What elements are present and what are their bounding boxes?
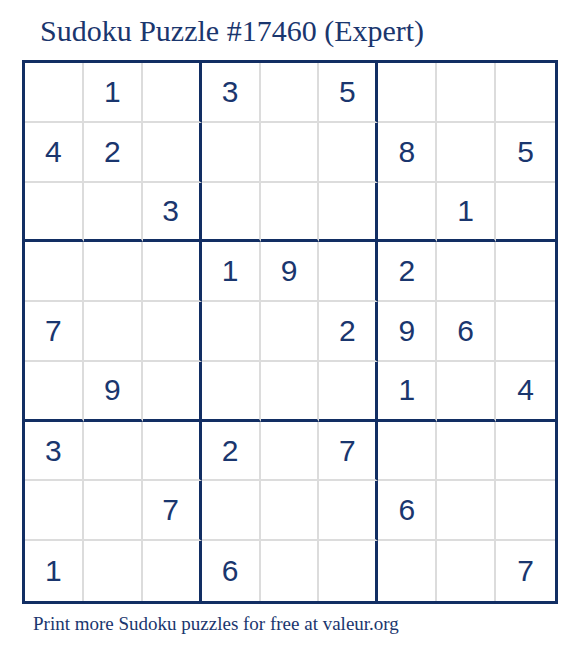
cell-r4c7: 2 bbox=[378, 242, 437, 302]
cell-r2c1: 4 bbox=[25, 123, 84, 183]
cell-r6c5 bbox=[261, 362, 320, 422]
cell-r5c5 bbox=[261, 302, 320, 362]
cell-r1c9 bbox=[496, 63, 555, 123]
cell-r6c1 bbox=[25, 362, 84, 422]
cell-r4c6 bbox=[319, 242, 378, 302]
cell-r3c8: 1 bbox=[437, 183, 496, 243]
cell-r9c7 bbox=[378, 541, 437, 601]
cell-r3c7 bbox=[378, 183, 437, 243]
cell-r7c3 bbox=[143, 422, 202, 482]
cell-r2c8 bbox=[437, 123, 496, 183]
cell-r1c2: 1 bbox=[84, 63, 143, 123]
cell-r9c2 bbox=[84, 541, 143, 601]
cell-r8c7: 6 bbox=[378, 481, 437, 541]
cell-r6c6 bbox=[319, 362, 378, 422]
cell-r5c1: 7 bbox=[25, 302, 84, 362]
cell-r4c4: 1 bbox=[202, 242, 261, 302]
cell-r8c6 bbox=[319, 481, 378, 541]
cell-r1c6: 5 bbox=[319, 63, 378, 123]
cell-r9c6 bbox=[319, 541, 378, 601]
cell-r5c2 bbox=[84, 302, 143, 362]
cell-r9c9: 7 bbox=[496, 541, 555, 601]
cell-r7c8 bbox=[437, 422, 496, 482]
cell-r1c7 bbox=[378, 63, 437, 123]
cell-r7c4: 2 bbox=[202, 422, 261, 482]
sudoku-page: Sudoku Puzzle #17460 (Expert) 1354285311… bbox=[0, 0, 580, 651]
cell-r4c3 bbox=[143, 242, 202, 302]
cell-r3c4 bbox=[202, 183, 261, 243]
cell-r8c2 bbox=[84, 481, 143, 541]
cell-r8c5 bbox=[261, 481, 320, 541]
cell-r8c9 bbox=[496, 481, 555, 541]
cell-r1c1 bbox=[25, 63, 84, 123]
cell-r5c6: 2 bbox=[319, 302, 378, 362]
page-title: Sudoku Puzzle #17460 (Expert) bbox=[40, 14, 424, 48]
cell-r6c4 bbox=[202, 362, 261, 422]
cell-r2c4 bbox=[202, 123, 261, 183]
cell-r5c8: 6 bbox=[437, 302, 496, 362]
footer-text: Print more Sudoku puzzles for free at va… bbox=[33, 613, 399, 635]
cell-r2c9: 5 bbox=[496, 123, 555, 183]
cell-r9c8 bbox=[437, 541, 496, 601]
cell-r3c6 bbox=[319, 183, 378, 243]
cell-r6c7: 1 bbox=[378, 362, 437, 422]
cell-r6c8 bbox=[437, 362, 496, 422]
cell-r1c5 bbox=[261, 63, 320, 123]
cell-r2c3 bbox=[143, 123, 202, 183]
cell-r3c1 bbox=[25, 183, 84, 243]
cell-r8c4 bbox=[202, 481, 261, 541]
cell-r5c9 bbox=[496, 302, 555, 362]
cell-r2c6 bbox=[319, 123, 378, 183]
cell-r5c3 bbox=[143, 302, 202, 362]
cell-r3c3: 3 bbox=[143, 183, 202, 243]
cell-r5c7: 9 bbox=[378, 302, 437, 362]
cell-r1c8 bbox=[437, 63, 496, 123]
cell-r1c4: 3 bbox=[202, 63, 261, 123]
cell-r4c1 bbox=[25, 242, 84, 302]
cell-r6c2: 9 bbox=[84, 362, 143, 422]
cell-r7c1: 3 bbox=[25, 422, 84, 482]
cell-r9c4: 6 bbox=[202, 541, 261, 601]
cell-r4c9 bbox=[496, 242, 555, 302]
cell-r7c5 bbox=[261, 422, 320, 482]
cell-r3c9 bbox=[496, 183, 555, 243]
cell-r7c6: 7 bbox=[319, 422, 378, 482]
sudoku-board: 135428531192729691432776167 bbox=[22, 60, 558, 604]
cell-r2c7: 8 bbox=[378, 123, 437, 183]
cell-r1c3 bbox=[143, 63, 202, 123]
cell-r4c2 bbox=[84, 242, 143, 302]
cell-r7c2 bbox=[84, 422, 143, 482]
cell-r9c5 bbox=[261, 541, 320, 601]
cell-r6c3 bbox=[143, 362, 202, 422]
cell-r8c8 bbox=[437, 481, 496, 541]
cell-r9c3 bbox=[143, 541, 202, 601]
cell-r3c2 bbox=[84, 183, 143, 243]
cell-r2c5 bbox=[261, 123, 320, 183]
cell-r2c2: 2 bbox=[84, 123, 143, 183]
cell-r6c9: 4 bbox=[496, 362, 555, 422]
cell-r9c1: 1 bbox=[25, 541, 84, 601]
cell-r5c4 bbox=[202, 302, 261, 362]
cell-r8c3: 7 bbox=[143, 481, 202, 541]
cell-r7c9 bbox=[496, 422, 555, 482]
cell-r4c8 bbox=[437, 242, 496, 302]
cell-r7c7 bbox=[378, 422, 437, 482]
cell-r8c1 bbox=[25, 481, 84, 541]
cell-r4c5: 9 bbox=[261, 242, 320, 302]
cell-r3c5 bbox=[261, 183, 320, 243]
